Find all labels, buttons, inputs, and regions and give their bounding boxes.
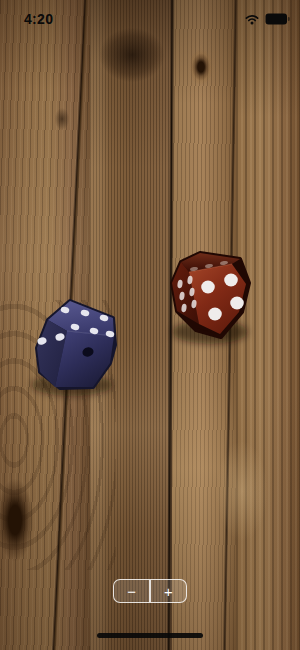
home-indicator[interactable]: [97, 633, 203, 638]
wifi-icon: [244, 13, 260, 25]
battery-icon: [265, 13, 290, 25]
status-icons: [244, 13, 290, 25]
app-screen: 4:20: [0, 0, 300, 650]
increment-button[interactable]: +: [151, 580, 186, 602]
decrement-button[interactable]: −: [114, 580, 149, 602]
status-time: 4:20: [24, 11, 53, 27]
red-die[interactable]: [168, 250, 254, 342]
dice-count-stepper[interactable]: − +: [113, 579, 187, 603]
blue-die[interactable]: [30, 296, 122, 396]
status-bar: 4:20: [0, 0, 300, 30]
